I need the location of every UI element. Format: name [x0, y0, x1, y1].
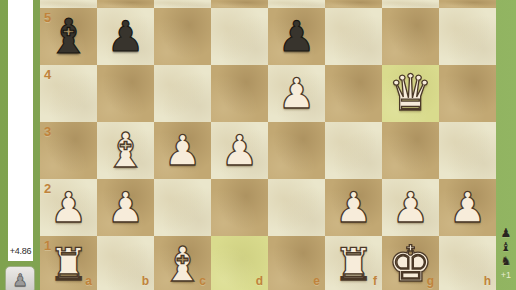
- square-f4[interactable]: [325, 65, 382, 122]
- square-c4[interactable]: [154, 65, 211, 122]
- rank-label-5: 5: [44, 10, 51, 25]
- square-g6[interactable]: [382, 0, 439, 8]
- file-label-h: h: [484, 274, 491, 288]
- square-b5[interactable]: ♟: [97, 8, 154, 65]
- square-c3[interactable]: ♟: [154, 122, 211, 179]
- file-label-b: b: [142, 274, 149, 288]
- black-pawn-piece: ♟: [268, 8, 325, 65]
- square-b6[interactable]: [97, 0, 154, 8]
- square-e1[interactable]: e: [268, 236, 325, 290]
- file-label-f: f: [373, 274, 377, 288]
- square-e6[interactable]: [268, 0, 325, 8]
- white-queen-piece: ♛: [382, 65, 439, 122]
- white-pawn-piece: ♟: [211, 122, 268, 179]
- white-pawn-piece: ♟: [97, 179, 154, 236]
- captured-pieces-tray: ♟♝♞: [496, 227, 516, 268]
- square-d6[interactable]: [211, 0, 268, 8]
- captured-black-bishop-icon: ♝: [501, 241, 512, 254]
- square-a4[interactable]: 4: [40, 65, 97, 122]
- file-label-e: e: [313, 274, 320, 288]
- white-bishop-piece: ♝: [97, 122, 154, 179]
- square-h2[interactable]: ♟: [439, 179, 496, 236]
- square-d3[interactable]: ♟: [211, 122, 268, 179]
- square-a6[interactable]: [40, 0, 97, 8]
- chess-app-window: +4.86 ♟ ♝5♟♟4♟♛3♝♟♟♟2♟♟♟♟♜1ab♝cde♜f♚gh ♟…: [0, 0, 516, 290]
- square-g4[interactable]: ♛: [382, 65, 439, 122]
- square-c2[interactable]: [154, 179, 211, 236]
- square-a5[interactable]: ♝5: [40, 8, 97, 65]
- white-pawn-piece: ♟: [268, 65, 325, 122]
- white-pawn-piece: ♟: [325, 179, 382, 236]
- square-a3[interactable]: 3: [40, 122, 97, 179]
- square-b2[interactable]: ♟: [97, 179, 154, 236]
- file-label-c: c: [199, 274, 206, 288]
- square-f5[interactable]: [325, 8, 382, 65]
- square-f2[interactable]: ♟: [325, 179, 382, 236]
- file-label-a: a: [85, 274, 92, 288]
- material-advantage-label: +1: [496, 270, 516, 280]
- file-label-d: d: [256, 274, 263, 288]
- engine-toggle-button[interactable]: ♟: [5, 266, 35, 290]
- square-a1[interactable]: ♜1a: [40, 236, 97, 290]
- rank-label-1: 1: [44, 238, 51, 253]
- evaluation-bar: +4.86: [8, 0, 33, 261]
- white-pawn-piece: ♟: [439, 179, 496, 236]
- square-e2[interactable]: [268, 179, 325, 236]
- square-a2[interactable]: ♟2: [40, 179, 97, 236]
- square-d4[interactable]: [211, 65, 268, 122]
- square-c1[interactable]: ♝c: [154, 236, 211, 290]
- square-f1[interactable]: ♜f: [325, 236, 382, 290]
- white-pawn-piece: ♟: [154, 122, 211, 179]
- square-f3[interactable]: [325, 122, 382, 179]
- engine-pawn-icon: ♟: [12, 272, 27, 289]
- rank-label-3: 3: [44, 124, 51, 139]
- chess-board: ♝5♟♟4♟♛3♝♟♟♟2♟♟♟♟♜1ab♝cde♜f♚gh: [40, 0, 496, 290]
- square-h3[interactable]: [439, 122, 496, 179]
- captured-black-knight-icon: ♞: [501, 255, 512, 268]
- square-c5[interactable]: [154, 8, 211, 65]
- square-g5[interactable]: [382, 8, 439, 65]
- square-e3[interactable]: [268, 122, 325, 179]
- square-b3[interactable]: ♝: [97, 122, 154, 179]
- rank-label-4: 4: [44, 67, 51, 82]
- black-pawn-piece: ♟: [97, 8, 154, 65]
- white-pawn-piece: ♟: [382, 179, 439, 236]
- square-h1[interactable]: h: [439, 236, 496, 290]
- square-h6[interactable]: [439, 0, 496, 8]
- file-label-g: g: [427, 274, 434, 288]
- square-d1[interactable]: d: [211, 236, 268, 290]
- square-b1[interactable]: b: [97, 236, 154, 290]
- square-d5[interactable]: [211, 8, 268, 65]
- square-g1[interactable]: ♚g: [382, 236, 439, 290]
- square-g3[interactable]: [382, 122, 439, 179]
- square-b4[interactable]: [97, 65, 154, 122]
- square-g2[interactable]: ♟: [382, 179, 439, 236]
- square-e5[interactable]: ♟: [268, 8, 325, 65]
- captured-black-pawn-icon: ♟: [501, 227, 512, 240]
- square-h5[interactable]: [439, 8, 496, 65]
- square-e4[interactable]: ♟: [268, 65, 325, 122]
- square-h4[interactable]: [439, 65, 496, 122]
- square-c6[interactable]: [154, 0, 211, 8]
- evaluation-score: +4.86: [10, 246, 31, 261]
- rank-label-2: 2: [44, 181, 51, 196]
- square-d2[interactable]: [211, 179, 268, 236]
- square-f6[interactable]: [325, 0, 382, 8]
- material-panel: ♟♝♞ +1: [496, 0, 516, 290]
